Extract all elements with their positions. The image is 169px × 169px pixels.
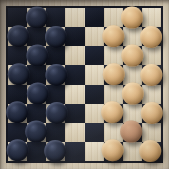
dark-piece[interactable] [6,140,28,162]
square-r5c7[interactable] [123,85,142,104]
wood-piece[interactable] [141,102,163,124]
square-r7c4[interactable] [65,123,84,142]
dark-piece[interactable] [44,140,66,162]
square-r1c8[interactable] [142,8,161,27]
square-r1c7[interactable] [123,8,142,27]
square-r2c5[interactable] [85,27,104,46]
square-r8c5[interactable] [85,142,104,161]
wood-piece[interactable] [101,101,123,123]
square-r3c2[interactable] [27,46,46,65]
square-r2c8[interactable] [142,27,161,46]
square-r6c7[interactable] [123,104,142,123]
square-r6c1[interactable] [8,104,27,123]
square-r2c6[interactable] [104,27,123,46]
square-r8c1[interactable] [8,142,27,161]
dark-piece[interactable] [45,26,67,48]
square-r4c6[interactable] [104,65,123,84]
square-r7c8[interactable] [142,123,161,142]
dark-piece[interactable] [7,63,29,85]
square-r5c3[interactable] [46,85,65,104]
wood-piece[interactable] [122,44,144,66]
square-r8c4[interactable] [65,142,84,161]
wood-piece[interactable] [140,26,162,48]
wood-piece[interactable] [121,6,143,28]
square-r8c8[interactable] [142,142,161,161]
dark-piece[interactable] [45,64,67,86]
square-r3c3[interactable] [46,46,65,65]
square-r5c2[interactable] [27,85,46,104]
wood-piece[interactable] [121,121,143,143]
square-r7c2[interactable] [27,123,46,142]
square-r4c7[interactable] [123,65,142,84]
wood-piece[interactable] [103,63,125,85]
dark-piece[interactable] [25,121,47,143]
square-r5c5[interactable] [85,85,104,104]
square-r3c5[interactable] [85,46,104,65]
checkers-board [6,6,163,163]
square-r4c8[interactable] [142,65,161,84]
square-r2c1[interactable] [8,27,27,46]
square-r4c5[interactable] [85,65,104,84]
checkers-photo [0,0,169,169]
square-r8c3[interactable] [46,142,65,161]
square-r5c4[interactable] [65,85,84,104]
square-r2c4[interactable] [65,27,84,46]
wood-piece[interactable] [122,83,144,105]
square-r4c3[interactable] [46,65,65,84]
wood-piece[interactable] [140,140,162,162]
square-r7c7[interactable] [123,123,142,142]
square-r4c1[interactable] [8,65,27,84]
square-r3c8[interactable] [142,46,161,65]
square-r2c2[interactable] [27,27,46,46]
wood-piece[interactable] [141,64,163,86]
dark-piece[interactable] [46,102,68,124]
square-r6c3[interactable] [46,104,65,123]
square-r1c3[interactable] [46,8,65,27]
square-r4c2[interactable] [27,65,46,84]
square-r3c4[interactable] [65,46,84,65]
square-r5c8[interactable] [142,85,161,104]
square-r1c2[interactable] [27,8,46,27]
square-r6c4[interactable] [65,104,84,123]
square-r3c7[interactable] [123,46,142,65]
square-r1c4[interactable] [65,8,84,27]
dark-piece[interactable] [26,44,48,66]
square-r4c4[interactable] [65,65,84,84]
dark-piece[interactable] [7,25,29,47]
square-r6c8[interactable] [142,104,161,123]
square-r1c5[interactable] [85,8,104,27]
square-r7c5[interactable] [85,123,104,142]
square-r6c6[interactable] [104,104,123,123]
dark-piece[interactable] [26,83,48,105]
dark-piece[interactable] [26,6,48,28]
square-r7c3[interactable] [46,123,65,142]
wood-piece[interactable] [102,140,124,162]
wood-piece[interactable] [103,25,125,47]
dark-piece[interactable] [6,101,28,123]
square-r6c2[interactable] [27,104,46,123]
square-r2c7[interactable] [123,27,142,46]
square-r2c3[interactable] [46,27,65,46]
square-r8c6[interactable] [104,142,123,161]
